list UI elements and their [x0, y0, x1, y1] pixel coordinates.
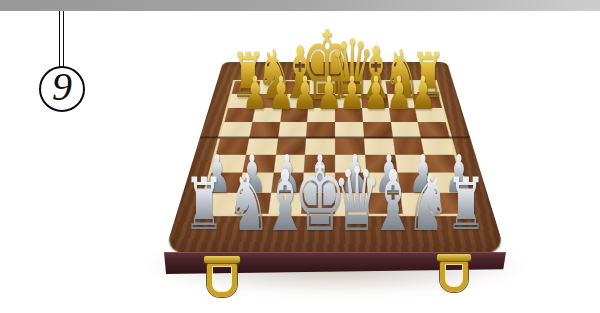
piece-gold-pawn: ♟ — [268, 70, 294, 116]
piece-gold-pawn: ♟ — [339, 70, 365, 116]
piece-silver-rook: ♜ — [446, 168, 486, 240]
piece-gold-pawn: ♟ — [410, 70, 436, 116]
piece-gold-pawn: ♟ — [386, 70, 412, 116]
piece-gold-pawn: ♟ — [363, 70, 389, 116]
piece-gold-pawn: ♟ — [242, 70, 268, 116]
piece-gold-pawn: ♟ — [316, 70, 342, 116]
product-photo: 9 ♜♞♝♚♛♝♞♜♟♟♟♟♟♟♟♟♟♟♟♟♟♟♟♟♜♞♝♚♛♝♞♜ — [0, 0, 600, 313]
piece-gold-pawn: ♟ — [292, 70, 318, 116]
piece-silver-rook: ♜ — [184, 168, 224, 240]
pieces-layer: ♜♞♝♚♛♝♞♜♟♟♟♟♟♟♟♟♟♟♟♟♟♟♟♟♜♞♝♚♛♝♞♜ — [0, 0, 600, 313]
piece-silver-knight: ♞ — [406, 164, 449, 242]
